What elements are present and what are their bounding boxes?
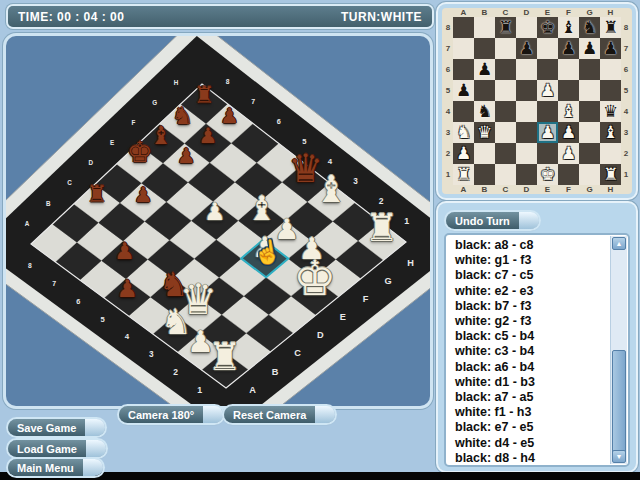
mini-piece-white-k-e1: ♚ xyxy=(540,164,555,185)
frame-rank-label-far-8: 8 xyxy=(226,78,230,85)
mini-piece-white-b-f4: ♝ xyxy=(561,101,576,122)
camera-180-label: Camera 180° xyxy=(119,406,203,423)
frame-rank-label-far-7: 7 xyxy=(251,98,255,105)
mini-square-c7 xyxy=(495,38,516,59)
mini-square-h6 xyxy=(600,59,621,80)
main-menu-button[interactable]: Main Menu xyxy=(8,459,103,476)
frame-rank-label-8: 8 xyxy=(28,262,32,269)
frame-file-label-far-A: A xyxy=(25,220,30,227)
mini-piece-black-k-e8: ♚ xyxy=(540,17,555,38)
move-entry: white: f1 - h3 xyxy=(455,405,608,420)
mini-square-h8: ♜ xyxy=(600,17,621,38)
mini-square-e7 xyxy=(537,38,558,59)
piece-3d-black-n-g8[interactable]: ♞ xyxy=(172,103,194,127)
hand-cursor-icon: ☝ xyxy=(251,237,283,268)
mini-square-f7: ♟ xyxy=(558,38,579,59)
rank-label-left-6: 6 xyxy=(443,59,453,80)
frame-rank-label-1: 1 xyxy=(197,385,202,395)
move-entry: black: c7 - c5 xyxy=(455,268,608,283)
mini-square-f8: ♝ xyxy=(558,17,579,38)
mini-square-c4 xyxy=(495,101,516,122)
mini-piece-black-p-b6: ♟ xyxy=(477,59,492,80)
corner xyxy=(621,185,631,194)
mini-piece-black-r-c8: ♜ xyxy=(498,17,513,38)
mini-piece-black-p-g7: ♟ xyxy=(582,38,597,59)
button-cap xyxy=(83,459,103,476)
mini-square-b4: ♞ xyxy=(474,101,495,122)
mini-piece-black-q-h4: ♛ xyxy=(603,101,618,122)
scrollbar[interactable]: ▲ ▼ xyxy=(610,236,627,464)
move-entry: black: a8 - c8 xyxy=(455,238,608,253)
rank-label-right-8: 8 xyxy=(621,17,631,38)
scroll-up-button[interactable]: ▲ xyxy=(612,237,626,250)
rank-label-right-6: 6 xyxy=(621,59,631,80)
piece-3d-black-p-d7[interactable]: ♟ xyxy=(134,184,153,205)
file-label-bottom-A: A xyxy=(453,185,474,194)
mini-square-b7 xyxy=(474,38,495,59)
piece-3d-black-p-f7[interactable]: ♟ xyxy=(177,145,196,166)
mini-piece-white-r-h1: ♜ xyxy=(603,164,618,185)
mini-square-d7: ♟ xyxy=(516,38,537,59)
mini-square-d4 xyxy=(516,101,537,122)
mini-piece-black-p-a5: ♟ xyxy=(456,80,471,101)
frame-file-label-far-D: D xyxy=(89,159,94,166)
mini-square-b6: ♟ xyxy=(474,59,495,80)
rank-label-left-2: 2 xyxy=(443,143,453,164)
piece-3d-black-p-b6[interactable]: ♟ xyxy=(114,240,135,263)
mini-square-b5 xyxy=(474,80,495,101)
rank-label-left-3: 3 xyxy=(443,122,453,143)
file-label-top-G: G xyxy=(579,8,600,17)
mini-piece-white-p-a2: ♟ xyxy=(456,143,471,164)
mini-piece-white-p-f2: ♟ xyxy=(561,143,576,164)
mini-square-d5 xyxy=(516,80,537,101)
file-label-top-D: D xyxy=(516,8,537,17)
scrollbar-thumb[interactable] xyxy=(612,350,626,455)
scroll-down-button[interactable]: ▼ xyxy=(612,450,626,463)
mini-square-h5 xyxy=(600,80,621,101)
undo-turn-button[interactable]: Undo Turn xyxy=(446,212,539,229)
mini-square-a5: ♟ xyxy=(453,80,474,101)
frame-rank-label-3: 3 xyxy=(149,350,154,359)
mini-board-frame: ABCDEFGH8♜♚♝♞♜87♟♟♟♟76♟65♟♟54♞♝♛43♞♛♟♟♝3… xyxy=(442,8,632,194)
rank-label-right-3: 3 xyxy=(621,122,631,143)
piece-3d-black-p-g7[interactable]: ♟ xyxy=(198,125,217,146)
mini-board-panel: ABCDEFGH8♜♚♝♞♜87♟♟♟♟76♟65♟♟54♞♝♛43♞♛♟♟♝3… xyxy=(438,4,636,198)
move-entry: black: c5 - b4 xyxy=(455,329,608,344)
piece-3d-white-b-h3[interactable]: ♝ xyxy=(315,171,348,208)
rank-label-right-5: 5 xyxy=(621,80,631,101)
frame-file-label-G: G xyxy=(384,276,391,286)
frame-rank-label-far-3: 3 xyxy=(353,177,358,186)
file-label-bottom-C: C xyxy=(495,185,516,194)
rank-label-left-1: 1 xyxy=(443,164,453,185)
mini-piece-black-p-d7: ♟ xyxy=(519,38,534,59)
mini-piece-black-n-b4: ♞ xyxy=(477,101,492,122)
mini-square-h2 xyxy=(600,143,621,164)
mini-square-a3: ♞ xyxy=(453,122,474,143)
mini-square-a4 xyxy=(453,101,474,122)
mini-piece-black-p-f7: ♟ xyxy=(561,38,576,59)
rank-label-left-4: 4 xyxy=(443,101,453,122)
load-game-label: Load Game xyxy=(8,440,86,457)
file-label-top-C: C xyxy=(495,8,516,17)
mini-square-g1 xyxy=(579,164,600,185)
move-entry: white: g2 - f3 xyxy=(455,314,608,329)
save-game-label: Save Game xyxy=(8,419,85,436)
save-game-button[interactable]: Save Game xyxy=(8,419,105,436)
file-label-bottom-F: F xyxy=(558,185,579,194)
reset-camera-button[interactable]: Reset Camera xyxy=(224,406,335,423)
move-entry: black: d8 - h4 xyxy=(455,451,608,466)
mini-square-b2 xyxy=(474,143,495,164)
file-label-bottom-G: G xyxy=(579,185,600,194)
mini-square-h3: ♝ xyxy=(600,122,621,143)
mini-square-a1: ♜ xyxy=(453,164,474,185)
mini-square-a6 xyxy=(453,59,474,80)
mini-square-b1 xyxy=(474,164,495,185)
frame-rank-label-far-4: 4 xyxy=(328,157,333,166)
mini-square-e4 xyxy=(537,101,558,122)
frame-rank-label-4: 4 xyxy=(125,332,130,341)
piece-3d-white-r-h1[interactable]: ♜ xyxy=(365,209,399,247)
frame-file-label-F: F xyxy=(363,294,369,304)
frame-file-label-E: E xyxy=(340,312,346,322)
mini-square-e3: ♟ xyxy=(537,122,558,143)
mini-square-f6 xyxy=(558,59,579,80)
rank-label-left-8: 8 xyxy=(443,17,453,38)
frame-file-label-far-H: H xyxy=(174,79,179,86)
button-cap xyxy=(315,406,335,423)
frame-file-label-far-B: B xyxy=(46,200,51,207)
frame-file-label-far-G: G xyxy=(152,99,157,106)
mini-square-e8: ♚ xyxy=(537,17,558,38)
mini-piece-white-r-a1: ♜ xyxy=(456,164,471,185)
mini-square-b3: ♛ xyxy=(474,122,495,143)
frame-file-label-far-E: E xyxy=(110,139,114,146)
mini-square-e6 xyxy=(537,59,558,80)
piece-3d-black-k-e8[interactable]: ♚ xyxy=(127,139,153,168)
chess-game-window: TIME: 00 : 04 : 00 TURN:WHITE 1AA12BB23C… xyxy=(0,0,640,480)
mini-square-f3: ♟ xyxy=(558,122,579,143)
mini-square-a2: ♟ xyxy=(453,143,474,164)
mini-square-f4: ♝ xyxy=(558,101,579,122)
camera-180-button[interactable]: Camera 180° xyxy=(119,406,223,423)
mini-piece-white-q-b3: ♛ xyxy=(477,122,492,143)
main-menu-label: Main Menu xyxy=(8,459,83,476)
piece-3d-black-p-h7[interactable]: ♟ xyxy=(220,106,239,127)
mini-piece-black-b-f8: ♝ xyxy=(561,17,576,38)
mini-square-g6 xyxy=(579,59,600,80)
mini-square-c6 xyxy=(495,59,516,80)
frame-file-label-D: D xyxy=(317,330,324,340)
piece-3d-white-b-f4[interactable]: ♝ xyxy=(246,192,276,226)
mini-square-f2: ♟ xyxy=(558,143,579,164)
button-cap xyxy=(86,440,106,457)
mini-square-g3 xyxy=(579,122,600,143)
file-label-top-E: E xyxy=(537,8,558,17)
button-cap xyxy=(203,406,223,423)
mini-square-d8 xyxy=(516,17,537,38)
mini-piece-black-r-h8: ♜ xyxy=(603,17,618,38)
mini-square-a8 xyxy=(453,17,474,38)
piece-3d-black-r-h8[interactable]: ♜ xyxy=(194,84,215,107)
rank-label-right-4: 4 xyxy=(621,101,631,122)
corner xyxy=(443,8,453,17)
mini-square-e5: ♟ xyxy=(537,80,558,101)
mini-square-h7: ♟ xyxy=(600,38,621,59)
mini-square-g2 xyxy=(579,143,600,164)
move-entry: black: a7 - a5 xyxy=(455,390,608,405)
mini-square-b8 xyxy=(474,17,495,38)
frame-rank-label-7: 7 xyxy=(52,280,56,287)
mini-square-g4 xyxy=(579,101,600,122)
rank-label-left-7: 7 xyxy=(443,38,453,59)
file-label-bottom-D: D xyxy=(516,185,537,194)
mini-square-d3 xyxy=(516,122,537,143)
mini-square-f1 xyxy=(558,164,579,185)
move-entry: black: e7 - e5 xyxy=(455,420,608,435)
mini-square-h1: ♜ xyxy=(600,164,621,185)
button-cap xyxy=(519,212,539,229)
frame-file-label-A: A xyxy=(249,385,256,395)
mini-square-g7: ♟ xyxy=(579,38,600,59)
mini-piece-black-n-g8: ♞ xyxy=(582,17,597,38)
status-bar: TIME: 00 : 04 : 00 TURN:WHITE xyxy=(8,6,432,27)
move-entry: white: e2 - e3 xyxy=(455,284,608,299)
mini-square-e1: ♚ xyxy=(537,164,558,185)
mini-piece-white-p-f3: ♟ xyxy=(561,122,576,143)
rank-label-right-1: 1 xyxy=(621,164,631,185)
frame-file-label-H: H xyxy=(407,258,414,268)
mini-square-c5 xyxy=(495,80,516,101)
frame-rank-label-2: 2 xyxy=(173,367,178,377)
mini-piece-black-p-h7: ♟ xyxy=(603,38,618,59)
mini-piece-white-b-h3: ♝ xyxy=(603,122,618,143)
frame-rank-label-6: 6 xyxy=(76,297,80,306)
mini-square-c2 xyxy=(495,143,516,164)
mini-square-c8: ♜ xyxy=(495,17,516,38)
mini-square-g8: ♞ xyxy=(579,17,600,38)
file-label-bottom-B: B xyxy=(474,185,495,194)
move-entry: black: b7 - f3 xyxy=(455,299,608,314)
mini-square-d2 xyxy=(516,143,537,164)
reset-camera-label: Reset Camera xyxy=(224,406,315,423)
corner xyxy=(443,185,453,194)
mini-square-c1 xyxy=(495,164,516,185)
rank-label-right-2: 2 xyxy=(621,143,631,164)
move-entry: white: d1 - b3 xyxy=(455,375,608,390)
frame-file-label-far-C: C xyxy=(67,179,72,186)
button-cap xyxy=(85,419,105,436)
move-entry: white: d4 - e5 xyxy=(455,436,608,451)
file-label-top-A: A xyxy=(453,8,474,17)
mini-square-h4: ♛ xyxy=(600,101,621,122)
frame-rank-label-far-6: 6 xyxy=(277,117,281,126)
piece-3d-white-p-e5[interactable]: ♟ xyxy=(204,200,226,224)
mini-piece-white-p-e3: ♟ xyxy=(540,122,555,143)
frame-rank-label-far-2: 2 xyxy=(379,196,384,206)
rank-label-right-7: 7 xyxy=(621,38,631,59)
time-display: TIME: 00 : 04 : 00 xyxy=(18,10,124,24)
piece-3d-white-k-e1[interactable]: ♚ xyxy=(293,256,336,304)
move-entry: white: g1 - f3 xyxy=(455,253,608,268)
mini-square-f5 xyxy=(558,80,579,101)
frame-file-label-far-F: F xyxy=(132,119,136,126)
move-entry: white: c3 - b4 xyxy=(455,344,608,359)
mini-square-d1 xyxy=(516,164,537,185)
load-game-button[interactable]: Load Game xyxy=(8,440,106,457)
frame-file-label-B: B xyxy=(272,367,279,377)
piece-3d-black-b-f8[interactable]: ♝ xyxy=(150,122,172,147)
move-list-box: black: a8 - c8white: g1 - f3black: c7 - … xyxy=(444,233,630,467)
file-label-top-B: B xyxy=(474,8,495,17)
turn-indicator: TURN:WHITE xyxy=(341,10,422,24)
file-label-bottom-H: H xyxy=(600,185,621,194)
piece-3d-black-r-c8[interactable]: ♜ xyxy=(86,184,107,207)
move-list: black: a8 - c8white: g1 - f3black: c7 - … xyxy=(446,238,608,466)
undo-turn-label: Undo Turn xyxy=(446,212,519,229)
piece-3d-black-p-a5[interactable]: ♟ xyxy=(116,277,138,301)
mini-piece-white-p-e5: ♟ xyxy=(540,80,555,101)
file-label-top-F: F xyxy=(558,8,579,17)
frame-file-label-C: C xyxy=(294,348,301,358)
mini-square-e2 xyxy=(537,143,558,164)
corner xyxy=(621,8,631,17)
piece-3d-white-r-a1[interactable]: ♜ xyxy=(208,338,242,376)
board-3d-view[interactable]: 1AA12BB23CC34DD45EE56FF67GG78HH8 ♜♚♝♞♜♟♟… xyxy=(6,36,430,406)
mini-square-d6 xyxy=(516,59,537,80)
file-label-bottom-E: E xyxy=(537,185,558,194)
mini-board: ABCDEFGH8♜♚♝♞♜87♟♟♟♟76♟65♟♟54♞♝♛43♞♛♟♟♝3… xyxy=(443,8,631,194)
mini-square-a7 xyxy=(453,38,474,59)
file-label-top-H: H xyxy=(600,8,621,17)
mini-square-g5 xyxy=(579,80,600,101)
frame-rank-label-far-1: 1 xyxy=(404,216,409,226)
mini-square-c3 xyxy=(495,122,516,143)
rank-label-left-5: 5 xyxy=(443,80,453,101)
move-entry: black: a6 - b4 xyxy=(455,360,608,375)
mini-piece-white-n-a3: ♞ xyxy=(456,122,471,143)
